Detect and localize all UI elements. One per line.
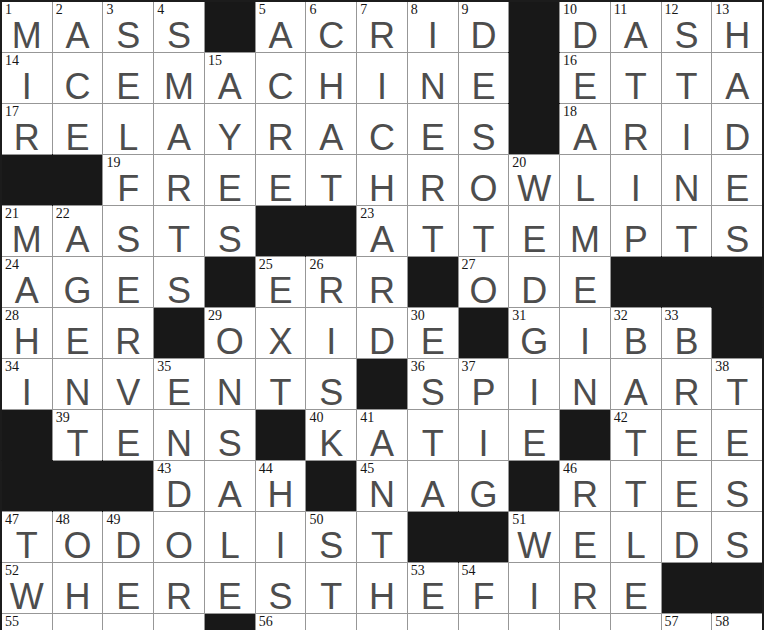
cell-letter: E <box>560 273 610 309</box>
letter-cell[interactable]: E <box>712 155 762 205</box>
cell-letter: T <box>611 69 661 105</box>
cell-letter: E <box>712 171 762 207</box>
cell-letter: C <box>306 18 356 54</box>
clue-number: 7 <box>360 2 367 18</box>
cell-letter: E <box>408 120 458 156</box>
letter-cell[interactable]: 39T <box>53 410 103 460</box>
letter-cell[interactable]: H <box>357 155 407 205</box>
cell-letter: T <box>154 222 204 258</box>
cell-letter: O <box>205 324 255 360</box>
letter-cell[interactable]: N <box>509 614 559 630</box>
cell-letter: A <box>154 120 204 156</box>
black-cell <box>2 155 52 205</box>
letter-cell[interactable]: I <box>306 308 356 358</box>
letter-cell[interactable]: E <box>560 614 610 630</box>
cell-letter: N <box>560 375 610 411</box>
letter-cell[interactable]: S <box>712 461 762 511</box>
cell-letter: S <box>205 426 255 462</box>
cell-letter: S <box>662 18 712 54</box>
cell-letter: D <box>103 528 153 564</box>
black-cell <box>459 308 509 358</box>
letter-cell[interactable]: 56S <box>256 614 306 630</box>
letter-cell[interactable]: 9D <box>459 2 509 52</box>
letter-cell[interactable]: I <box>459 410 509 460</box>
cell-letter: S <box>459 120 509 156</box>
letter-cell[interactable]: S <box>154 257 204 307</box>
cell-letter: R <box>256 120 306 156</box>
cell-letter: R <box>560 579 610 615</box>
letter-cell[interactable]: 19F <box>103 155 153 205</box>
black-cell <box>712 308 762 358</box>
letter-cell[interactable]: A <box>712 53 762 103</box>
letter-cell[interactable]: T <box>611 53 661 103</box>
clue-number: 2 <box>56 2 63 18</box>
letter-cell[interactable]: S <box>103 206 153 256</box>
letter-cell[interactable]: E <box>205 155 255 205</box>
cell-letter: E <box>103 426 153 462</box>
letter-cell[interactable]: 36S <box>408 359 458 409</box>
letter-cell[interactable]: L <box>103 104 153 154</box>
letter-cell[interactable]: 24A <box>2 257 52 307</box>
cell-letter: T <box>306 171 356 207</box>
letter-cell[interactable]: N <box>408 53 458 103</box>
letter-cell[interactable]: H <box>306 53 356 103</box>
letter-cell[interactable]: E <box>560 512 610 562</box>
letter-cell[interactable]: 51W <box>509 512 559 562</box>
cell-letter: W <box>509 528 559 564</box>
letter-cell[interactable]: 12S <box>662 2 712 52</box>
letter-cell[interactable]: 17R <box>2 104 52 154</box>
cell-letter: L <box>205 528 255 564</box>
letter-cell[interactable]: 37P <box>459 359 509 409</box>
letter-cell[interactable]: S <box>256 563 306 613</box>
letter-cell[interactable]: I <box>662 104 712 154</box>
cell-letter: C <box>357 120 407 156</box>
cell-letter: I <box>509 375 559 411</box>
letter-cell[interactable]: 35E <box>154 359 204 409</box>
black-cell <box>256 410 306 460</box>
letter-cell[interactable]: 54F <box>459 563 509 613</box>
cell-letter: A <box>712 69 762 105</box>
black-cell <box>103 461 153 511</box>
cell-letter: G <box>53 273 103 309</box>
cell-letter: E <box>205 171 255 207</box>
letter-cell[interactable]: E <box>509 206 559 256</box>
letter-cell[interactable]: T <box>256 359 306 409</box>
letter-cell[interactable]: T <box>306 155 356 205</box>
cell-letter: T <box>357 528 407 564</box>
letter-cell[interactable]: X <box>256 308 306 358</box>
letter-cell[interactable]: 7R <box>357 2 407 52</box>
letter-cell[interactable]: 14I <box>2 53 52 103</box>
cell-letter: T <box>662 69 712 105</box>
black-cell <box>662 257 712 307</box>
letter-cell[interactable]: I <box>357 53 407 103</box>
letter-cell[interactable]: T <box>662 206 712 256</box>
cell-letter: T <box>611 426 661 462</box>
cell-letter: I <box>662 120 712 156</box>
letter-cell[interactable]: 23A <box>357 206 407 256</box>
letter-cell[interactable]: D <box>712 104 762 154</box>
black-cell <box>205 614 255 630</box>
letter-cell[interactable]: D <box>509 257 559 307</box>
cell-letter: T <box>611 477 661 513</box>
letter-cell[interactable]: R <box>256 104 306 154</box>
letter-cell[interactable]: 48O <box>53 512 103 562</box>
letter-cell[interactable]: 34I <box>2 359 52 409</box>
letter-cell[interactable]: 58N <box>712 614 762 630</box>
cell-letter: K <box>306 426 356 462</box>
letter-cell[interactable]: R <box>560 563 610 613</box>
letter-cell[interactable]: 33B <box>662 308 712 358</box>
letter-cell[interactable]: 4S <box>154 2 204 52</box>
letter-cell[interactable]: E <box>611 563 661 613</box>
cell-letter: E <box>662 426 712 462</box>
letter-cell[interactable]: 5A <box>256 2 306 52</box>
letter-cell[interactable]: M <box>154 53 204 103</box>
letter-cell[interactable]: A <box>306 614 356 630</box>
cell-letter: S <box>712 222 762 258</box>
cell-letter: S <box>712 528 762 564</box>
black-cell <box>611 257 661 307</box>
letter-cell[interactable]: E <box>560 257 610 307</box>
cell-letter: N <box>53 375 103 411</box>
letter-cell[interactable]: S <box>205 410 255 460</box>
letter-cell[interactable]: E <box>53 104 103 154</box>
cell-letter: P <box>611 222 661 258</box>
letter-cell[interactable]: 49D <box>103 512 153 562</box>
letter-cell[interactable]: N <box>154 410 204 460</box>
letter-cell[interactable]: L <box>205 512 255 562</box>
cell-letter: H <box>256 477 306 513</box>
letter-cell[interactable]: D <box>662 512 712 562</box>
letter-cell[interactable]: E <box>509 410 559 460</box>
black-cell <box>509 461 559 511</box>
crossword-grid: 1M2A3S4S5A6C7R8I9D10D11A12S13H14ICEM15AC… <box>0 0 764 630</box>
cell-letter: R <box>408 171 458 207</box>
letter-cell[interactable]: 46R <box>560 461 610 511</box>
letter-cell[interactable]: 29O <box>205 308 255 358</box>
cell-letter: E <box>560 528 610 564</box>
letter-cell[interactable]: 22A <box>53 206 103 256</box>
cell-letter: M <box>2 18 52 54</box>
cell-letter: R <box>560 477 610 513</box>
cell-letter: O <box>459 273 509 309</box>
letter-cell[interactable]: 53E <box>408 563 458 613</box>
cell-letter: T <box>459 222 509 258</box>
cell-letter: A <box>2 273 52 309</box>
letter-cell[interactable]: 55L <box>2 614 52 630</box>
letter-cell[interactable]: E <box>205 563 255 613</box>
cell-letter: T <box>53 426 103 462</box>
cell-letter: A <box>357 222 407 258</box>
cell-letter: S <box>103 18 153 54</box>
letter-cell[interactable]: H <box>357 563 407 613</box>
cell-letter: A <box>53 18 103 54</box>
cell-letter: B <box>662 324 712 360</box>
cell-letter: W <box>2 579 52 615</box>
cell-letter: L <box>560 171 610 207</box>
letter-cell[interactable]: 15A <box>205 53 255 103</box>
letter-cell[interactable]: 31G <box>509 308 559 358</box>
cell-letter: E <box>103 273 153 309</box>
letter-cell[interactable]: S <box>712 512 762 562</box>
letter-cell[interactable]: I <box>459 614 509 630</box>
cell-letter: E <box>103 579 153 615</box>
cell-letter: S <box>306 375 356 411</box>
cell-letter: I <box>2 69 52 105</box>
cell-letter: I <box>306 324 356 360</box>
cell-letter: L <box>103 120 153 156</box>
black-cell <box>154 308 204 358</box>
cell-letter: L <box>611 528 661 564</box>
letter-cell[interactable]: Y <box>205 104 255 154</box>
letter-cell[interactable]: C <box>611 614 661 630</box>
letter-cell[interactable]: E <box>103 410 153 460</box>
letter-cell[interactable]: C <box>357 104 407 154</box>
cell-letter: I <box>408 18 458 54</box>
letter-cell[interactable]: T <box>408 206 458 256</box>
clue-number: 14 <box>5 53 19 69</box>
letter-cell[interactable]: E <box>256 155 306 205</box>
letter-cell[interactable]: T <box>154 206 204 256</box>
cell-letter: R <box>357 18 407 54</box>
cell-letter: E <box>256 171 306 207</box>
cell-letter: D <box>459 18 509 54</box>
cell-letter: N <box>154 426 204 462</box>
cell-letter: E <box>712 426 762 462</box>
cell-letter: D <box>712 120 762 156</box>
cell-letter: H <box>53 579 103 615</box>
cell-letter: H <box>357 579 407 615</box>
letter-cell[interactable]: E <box>103 53 153 103</box>
cell-letter: B <box>611 324 661 360</box>
letter-cell[interactable]: T <box>357 512 407 562</box>
letter-cell[interactable]: A <box>53 614 103 630</box>
letter-cell[interactable]: M <box>103 614 153 630</box>
clue-number: 9 <box>462 2 469 18</box>
clue-number: 6 <box>309 2 316 18</box>
letter-cell[interactable]: 45N <box>357 461 407 511</box>
letter-cell[interactable]: 3S <box>103 2 153 52</box>
letter-cell[interactable]: I <box>509 563 559 613</box>
cell-letter: P <box>459 375 509 411</box>
crossword-screenshot: 1M2A3S4S5A6C7R8I9D10D11A12S13H14ICEM15AC… <box>0 0 764 630</box>
letter-cell[interactable]: 40K <box>306 410 356 460</box>
letter-cell[interactable]: E <box>408 104 458 154</box>
clue-number: 1 <box>5 2 12 18</box>
letter-cell[interactable]: S <box>712 206 762 256</box>
letter-cell[interactable]: 11A <box>611 2 661 52</box>
clue-number: 3 <box>106 2 113 18</box>
letter-cell[interactable]: R <box>662 359 712 409</box>
letter-cell[interactable]: 18A <box>560 104 610 154</box>
letter-cell[interactable]: D <box>408 614 458 630</box>
black-cell <box>256 206 306 256</box>
letter-cell[interactable]: 13H <box>712 2 762 52</box>
letter-cell[interactable]: A <box>306 104 356 154</box>
cell-letter: N <box>205 375 255 411</box>
letter-cell[interactable]: S <box>154 614 204 630</box>
letter-cell[interactable]: R <box>357 614 407 630</box>
letter-cell[interactable]: 44H <box>256 461 306 511</box>
letter-cell[interactable]: I <box>611 155 661 205</box>
letter-cell[interactable]: D <box>357 308 407 358</box>
letter-cell[interactable]: 2A <box>53 2 103 52</box>
letter-cell[interactable]: G <box>459 461 509 511</box>
clue-number: 34 <box>5 359 19 375</box>
cell-letter: I <box>459 426 509 462</box>
letter-cell[interactable]: L <box>560 155 610 205</box>
letter-cell[interactable]: T <box>408 410 458 460</box>
cell-letter: E <box>53 120 103 156</box>
letter-cell[interactable]: 41A <box>357 410 407 460</box>
cell-letter: A <box>560 120 610 156</box>
letter-cell[interactable]: C <box>256 53 306 103</box>
letter-cell[interactable]: E <box>53 308 103 358</box>
letter-cell[interactable]: E <box>662 410 712 460</box>
letter-cell[interactable]: P <box>611 206 661 256</box>
letter-cell[interactable]: N <box>205 359 255 409</box>
cell-letter: O <box>53 528 103 564</box>
letter-cell[interactable]: G <box>53 257 103 307</box>
letter-cell[interactable]: S <box>205 206 255 256</box>
cell-letter: I <box>256 528 306 564</box>
cell-letter: A <box>256 18 306 54</box>
clue-number: 4 <box>157 2 164 18</box>
letter-cell[interactable]: T <box>662 53 712 103</box>
cell-letter: E <box>459 69 509 105</box>
letter-cell[interactable]: E <box>662 461 712 511</box>
letter-cell[interactable]: R <box>408 155 458 205</box>
cell-letter: E <box>509 222 559 258</box>
cell-letter: N <box>662 171 712 207</box>
cell-letter: T <box>2 528 52 564</box>
clue-number: 8 <box>411 2 418 18</box>
letter-cell[interactable]: 57A <box>662 614 712 630</box>
letter-cell[interactable]: V <box>103 359 153 409</box>
letter-cell[interactable]: 38T <box>712 359 762 409</box>
letter-cell[interactable]: C <box>53 53 103 103</box>
black-cell <box>357 359 407 409</box>
cell-letter: X <box>256 324 306 360</box>
cell-letter: E <box>256 273 306 309</box>
letter-cell[interactable]: O <box>459 155 509 205</box>
letter-cell[interactable]: T <box>611 461 661 511</box>
cell-letter: D <box>509 273 559 309</box>
letter-cell[interactable]: O <box>154 512 204 562</box>
letter-cell[interactable]: 21M <box>2 206 52 256</box>
letter-cell[interactable]: A <box>408 461 458 511</box>
letter-cell[interactable]: R <box>611 104 661 154</box>
letter-cell[interactable]: R <box>154 155 204 205</box>
black-cell <box>712 257 762 307</box>
cell-letter: S <box>256 579 306 615</box>
letter-cell[interactable]: A <box>205 461 255 511</box>
cell-letter: H <box>712 18 762 54</box>
cell-letter: T <box>662 222 712 258</box>
letter-cell[interactable]: S <box>306 359 356 409</box>
letter-cell[interactable]: 43D <box>154 461 204 511</box>
letter-cell[interactable]: 8I <box>408 2 458 52</box>
letter-cell[interactable]: A <box>154 104 204 154</box>
cell-letter: R <box>154 171 204 207</box>
letter-cell[interactable]: M <box>560 206 610 256</box>
letter-cell[interactable]: 42T <box>611 410 661 460</box>
black-cell <box>2 461 52 511</box>
letter-cell[interactable]: N <box>662 155 712 205</box>
black-cell <box>408 512 458 562</box>
letter-cell[interactable]: T <box>306 563 356 613</box>
black-cell <box>509 2 559 52</box>
black-cell <box>662 563 712 613</box>
letter-cell[interactable]: R <box>357 257 407 307</box>
cell-letter: R <box>306 273 356 309</box>
letter-cell[interactable]: 16E <box>560 53 610 103</box>
letter-cell[interactable]: I <box>509 359 559 409</box>
letter-cell[interactable]: 30E <box>408 308 458 358</box>
cell-letter: C <box>256 69 306 105</box>
letter-cell[interactable]: N <box>560 359 610 409</box>
cell-letter: R <box>357 273 407 309</box>
letter-cell[interactable]: T <box>459 206 509 256</box>
clue-number: 5 <box>259 2 266 18</box>
letter-cell[interactable]: 27O <box>459 257 509 307</box>
letter-cell[interactable]: 25E <box>256 257 306 307</box>
letter-cell[interactable]: 26R <box>306 257 356 307</box>
cell-letter: R <box>662 375 712 411</box>
cell-letter: E <box>611 579 661 615</box>
cell-letter: R <box>103 324 153 360</box>
cell-letter: H <box>306 69 356 105</box>
letter-cell[interactable]: 6C <box>306 2 356 52</box>
cell-letter: E <box>154 375 204 411</box>
cell-letter: D <box>662 528 712 564</box>
letter-cell[interactable]: I <box>256 512 306 562</box>
letter-cell[interactable]: S <box>459 104 509 154</box>
letter-cell[interactable]: 47T <box>2 512 52 562</box>
letter-cell[interactable]: R <box>103 308 153 358</box>
letter-cell[interactable]: R <box>154 563 204 613</box>
cell-letter: T <box>306 579 356 615</box>
letter-cell[interactable]: 10D <box>560 2 610 52</box>
black-cell <box>53 155 103 205</box>
letter-cell[interactable]: A <box>611 359 661 409</box>
letter-cell[interactable]: L <box>611 512 661 562</box>
letter-cell[interactable]: N <box>53 359 103 409</box>
cell-letter: I <box>560 324 610 360</box>
letter-cell[interactable]: E <box>712 410 762 460</box>
cell-letter: E <box>205 579 255 615</box>
letter-cell[interactable]: H <box>53 563 103 613</box>
letter-cell[interactable]: 32B <box>611 308 661 358</box>
letter-cell[interactable]: 1M <box>2 2 52 52</box>
cell-letter: A <box>205 69 255 105</box>
cell-letter: C <box>53 69 103 105</box>
letter-cell[interactable]: 20W <box>509 155 559 205</box>
letter-cell[interactable]: E <box>459 53 509 103</box>
letter-cell[interactable]: 28H <box>2 308 52 358</box>
cell-letter: S <box>712 477 762 513</box>
letter-cell[interactable]: 50S <box>306 512 356 562</box>
black-cell <box>2 410 52 460</box>
letter-cell[interactable]: 52W <box>2 563 52 613</box>
cell-letter: H <box>2 324 52 360</box>
letter-cell[interactable]: I <box>560 308 610 358</box>
letter-cell[interactable]: E <box>103 563 153 613</box>
cell-letter: M <box>2 222 52 258</box>
letter-cell[interactable]: E <box>103 257 153 307</box>
